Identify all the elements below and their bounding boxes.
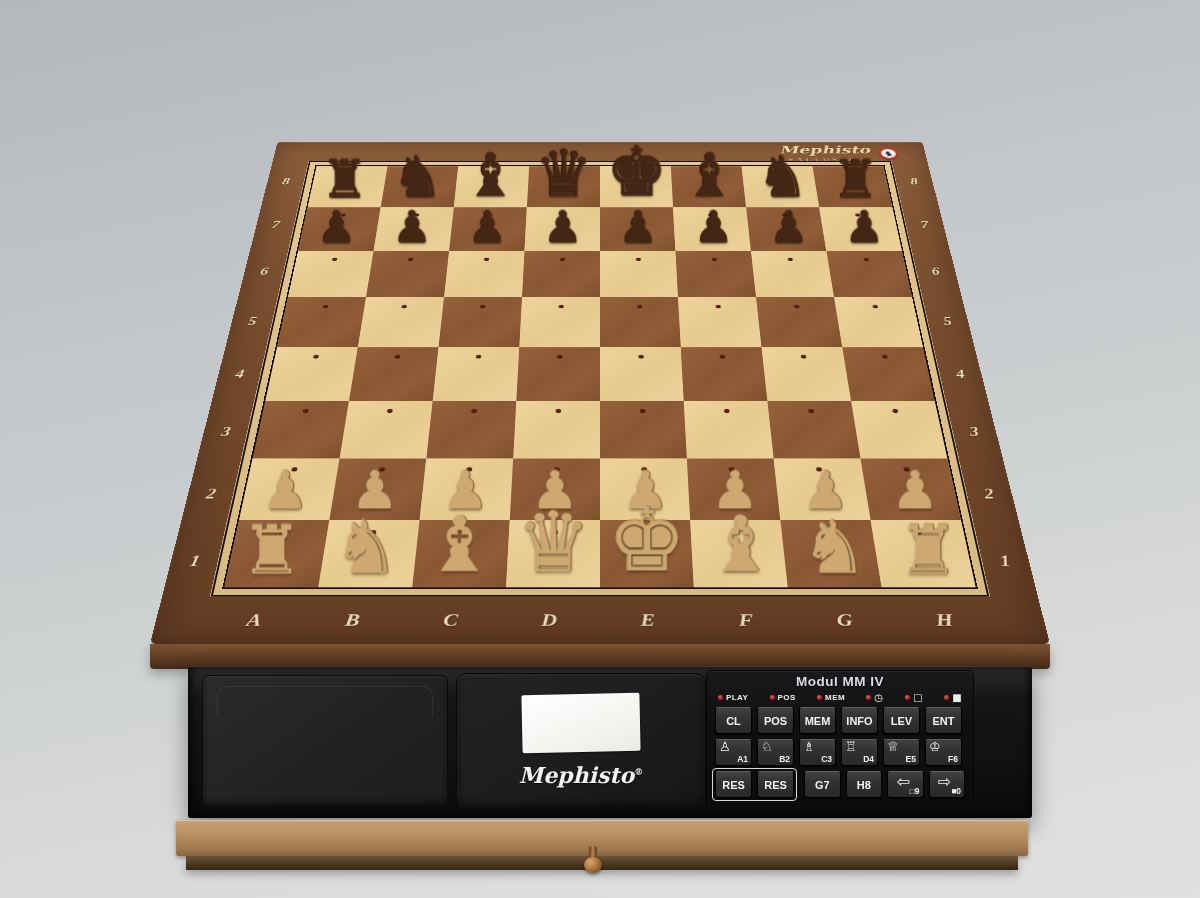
square-sensor-dot bbox=[471, 409, 477, 413]
res-key-group: RESRES bbox=[712, 768, 797, 801]
board-plate: ♜♞♝♛♚♝♞♜♟♟♟♟♟♟♟♟♟♟♟♟♟♟♟♟♜♞♝♛♚♝♞♜ bbox=[211, 161, 990, 597]
square-c1: ♝ bbox=[412, 520, 510, 587]
square-e4 bbox=[600, 347, 684, 400]
mem-led: MEM bbox=[817, 693, 845, 702]
piece-black-pawn-d7[interactable]: ♟ bbox=[543, 205, 582, 249]
square-sensor-dot bbox=[719, 355, 724, 359]
square-d5 bbox=[519, 297, 600, 347]
file-label-d: D bbox=[541, 609, 557, 630]
square-a7: ♟ bbox=[298, 207, 381, 251]
photo-scene: Mephisto EXCLUSIVE ♞ 87654321 87654321 A… bbox=[0, 0, 1200, 898]
file-label-h: H bbox=[934, 609, 955, 630]
square-sensor-dot bbox=[711, 258, 716, 261]
board-grid: ♜♞♝♛♚♝♞♜♟♟♟♟♟♟♟♟♟♟♟♟♟♟♟♟♜♞♝♛♚♝♞♜ bbox=[222, 165, 978, 588]
square-h3 bbox=[851, 401, 947, 458]
piece-black-pawn-c7[interactable]: ♟ bbox=[467, 205, 506, 249]
piece-black-queen-d8[interactable]: ♛ bbox=[535, 141, 593, 206]
square-sensor-dot bbox=[332, 258, 337, 261]
chess-board: Mephisto EXCLUSIVE ♞ 87654321 87654321 A… bbox=[150, 142, 1050, 644]
mem-led-label: MEM bbox=[825, 693, 845, 702]
square-g3 bbox=[767, 401, 860, 458]
cartridge-brand-text: Mephisto® bbox=[457, 762, 705, 788]
square-sensor-dot bbox=[302, 409, 308, 413]
board-frame: Mephisto EXCLUSIVE ♞ 87654321 87654321 A… bbox=[150, 142, 1050, 644]
key-king-f6-label: F6 bbox=[948, 754, 958, 764]
square-c4 bbox=[433, 347, 520, 400]
key-info[interactable]: INFO bbox=[841, 707, 878, 734]
module-drawer: Mephisto® Modul MM IV PLAYPOSMEM◷□■ CLPO… bbox=[188, 666, 1032, 818]
key-pawn-a1-label: A1 bbox=[737, 754, 748, 764]
piece-black-bishop-c8[interactable]: ♝ bbox=[464, 145, 518, 205]
key-h8[interactable]: H8 bbox=[846, 771, 883, 798]
pos-led: POS bbox=[770, 693, 796, 702]
key-bishop-c3-label: C3 bbox=[821, 754, 832, 764]
square-c3 bbox=[426, 401, 516, 458]
rank-label-4: 4 bbox=[234, 368, 246, 382]
square-a5 bbox=[277, 297, 366, 347]
square-sensor-dot bbox=[555, 409, 560, 413]
square-g1: ♞ bbox=[780, 520, 881, 587]
square-d6 bbox=[522, 251, 600, 298]
piece-white-knight-b1[interactable]: ♞ bbox=[333, 511, 399, 584]
piece-white-pawn-h2[interactable]: ♟ bbox=[892, 465, 939, 517]
key-king-f6-icon: ♔ bbox=[929, 740, 941, 754]
square-sensor-dot bbox=[724, 409, 730, 413]
rank-label-8: 8 bbox=[281, 176, 291, 187]
square-g6 bbox=[751, 251, 834, 298]
square-sensor-dot bbox=[313, 355, 319, 359]
file-label-c: C bbox=[442, 609, 458, 630]
file-label-f: F bbox=[738, 609, 754, 630]
square-sensor-dot bbox=[394, 355, 400, 359]
module-title: Modul MM IV bbox=[715, 674, 965, 689]
piece-black-knight-b8[interactable]: ♞ bbox=[392, 148, 443, 205]
square-c5 bbox=[439, 297, 522, 347]
keypad-row-2: ♙A1♘B2♗C3♖D4♕E5♔F6 bbox=[715, 739, 965, 766]
square-e5 bbox=[600, 297, 681, 347]
key-knight-b2[interactable]: ♘B2 bbox=[757, 739, 794, 766]
square-b7: ♟ bbox=[374, 207, 454, 251]
piece-black-knight-g8[interactable]: ♞ bbox=[757, 148, 808, 205]
square-sensor-dot bbox=[808, 409, 814, 413]
key-king-f6[interactable]: ♔F6 bbox=[925, 739, 962, 766]
mephisto-cartridge[interactable]: Mephisto® bbox=[456, 673, 706, 811]
key-queen-e5[interactable]: ♕E5 bbox=[883, 739, 920, 766]
square-e3 bbox=[600, 401, 687, 458]
piece-white-bishop-f1[interactable]: ♝ bbox=[706, 507, 775, 584]
square-b5 bbox=[358, 297, 444, 347]
square-d4 bbox=[516, 347, 600, 400]
piece-black-pawn-b7[interactable]: ♟ bbox=[392, 205, 431, 249]
square-h6 bbox=[826, 251, 912, 298]
key-mem[interactable]: MEM bbox=[799, 707, 836, 734]
file-labels-bottom: ABCDEFGH bbox=[200, 597, 1000, 644]
square-b3 bbox=[340, 401, 433, 458]
rank-label-3: 3 bbox=[968, 424, 980, 439]
square-a4 bbox=[265, 347, 357, 400]
file-label-e: E bbox=[640, 609, 655, 630]
square-f3 bbox=[684, 401, 774, 458]
logo-figure: ♞ bbox=[883, 150, 894, 157]
square-sensor-dot bbox=[480, 305, 485, 308]
white-square-led-label: □ bbox=[913, 692, 923, 703]
hegener-glaser-logo-icon: ♞ bbox=[878, 148, 899, 159]
square-sensor-dot bbox=[794, 305, 799, 308]
square-e1: ♚ bbox=[600, 520, 694, 587]
square-h1: ♜ bbox=[871, 520, 976, 587]
rank-label-8: 8 bbox=[909, 176, 919, 187]
square-sensor-dot bbox=[636, 258, 641, 261]
square-e6 bbox=[600, 251, 678, 298]
square-sensor-dot bbox=[715, 305, 720, 308]
square-sensor-dot bbox=[863, 258, 868, 261]
piece-black-pawn-h7[interactable]: ♟ bbox=[844, 205, 883, 249]
file-label-b: B bbox=[344, 609, 361, 630]
key-left-arrow-9-icon: ⇦ bbox=[897, 773, 910, 791]
file-label-g: G bbox=[835, 609, 854, 630]
square-f4 bbox=[681, 347, 768, 400]
square-sensor-dot bbox=[787, 258, 792, 261]
piece-white-pawn-a2[interactable]: ♟ bbox=[261, 465, 308, 517]
registered-mark: ® bbox=[634, 767, 643, 777]
square-f1: ♝ bbox=[690, 520, 788, 587]
key-lev[interactable]: LEV bbox=[883, 707, 920, 734]
knob-ball bbox=[584, 857, 602, 873]
rank-label-2: 2 bbox=[982, 486, 995, 502]
key-rook-d4-icon: ♖ bbox=[845, 740, 857, 754]
piece-white-knight-g1[interactable]: ♞ bbox=[801, 511, 867, 584]
square-b1: ♞ bbox=[318, 520, 419, 587]
square-sensor-dot bbox=[560, 258, 565, 261]
square-g7: ♟ bbox=[746, 207, 826, 251]
piece-black-rook-a8[interactable]: ♜ bbox=[321, 153, 368, 206]
piece-black-rook-h8[interactable]: ♜ bbox=[832, 153, 879, 206]
square-g4 bbox=[761, 347, 851, 400]
key-right-arrow-0-label: ■0 bbox=[951, 786, 961, 796]
rank-label-1: 1 bbox=[188, 552, 202, 570]
rank-label-1: 1 bbox=[998, 552, 1012, 570]
square-sensor-dot bbox=[639, 409, 644, 413]
square-sensor-dot bbox=[484, 258, 489, 261]
key-ent[interactable]: ENT bbox=[925, 707, 962, 734]
square-sensor-dot bbox=[800, 355, 806, 359]
cartridge-brand-script: Mephisto bbox=[519, 762, 634, 788]
black-square-led-label: ■ bbox=[952, 692, 962, 703]
key-rook-d4[interactable]: ♖D4 bbox=[841, 739, 878, 766]
black-square-led-dot-icon bbox=[944, 695, 949, 700]
square-e7: ♟ bbox=[600, 207, 675, 251]
key-knight-b2-label: B2 bbox=[779, 754, 790, 764]
rank-label-7: 7 bbox=[270, 219, 280, 230]
white-square-led-dot-icon bbox=[905, 695, 910, 700]
key-left-arrow-9-label: □9 bbox=[910, 786, 920, 796]
square-sensor-dot bbox=[557, 355, 562, 359]
key-knight-b2-icon: ♘ bbox=[761, 740, 773, 754]
white-square-led: □ bbox=[905, 692, 923, 703]
square-sensor-dot bbox=[387, 409, 393, 413]
square-b6 bbox=[366, 251, 449, 298]
piece-black-pawn-a7[interactable]: ♟ bbox=[317, 205, 356, 249]
pos-led-dot-icon bbox=[770, 695, 775, 700]
square-d7: ♟ bbox=[525, 207, 600, 251]
led-row: PLAYPOSMEM◷□■ bbox=[715, 691, 965, 703]
rank-label-6: 6 bbox=[259, 265, 270, 277]
piece-white-bishop-c1[interactable]: ♝ bbox=[425, 507, 494, 584]
mem-led-dot-icon bbox=[817, 695, 822, 700]
square-f5 bbox=[678, 297, 761, 347]
square-a3 bbox=[253, 401, 349, 458]
square-f7: ♟ bbox=[673, 207, 751, 251]
square-h4 bbox=[842, 347, 934, 400]
clock-led-label: ◷ bbox=[874, 692, 883, 703]
rank-label-3: 3 bbox=[220, 424, 232, 439]
play-led-dot-icon bbox=[718, 695, 723, 700]
piece-black-pawn-f7[interactable]: ♟ bbox=[694, 205, 733, 249]
key-pos[interactable]: POS bbox=[757, 707, 794, 734]
pos-led-label: POS bbox=[778, 693, 796, 702]
square-d1: ♛ bbox=[506, 520, 600, 587]
square-sensor-dot bbox=[558, 305, 563, 308]
key-bishop-c3[interactable]: ♗C3 bbox=[799, 739, 836, 766]
key-bishop-c3-icon: ♗ bbox=[803, 740, 815, 754]
key-queen-e5-label: E5 bbox=[906, 754, 916, 764]
rank-label-5: 5 bbox=[247, 315, 258, 328]
key-queen-e5-icon: ♕ bbox=[887, 740, 899, 754]
drawer-left-compartment[interactable] bbox=[202, 675, 448, 807]
square-sensor-dot bbox=[638, 355, 643, 359]
square-sensor-dot bbox=[882, 355, 888, 359]
key-pawn-a1[interactable]: ♙A1 bbox=[715, 739, 752, 766]
piece-black-king-e8[interactable]: ♚ bbox=[606, 138, 667, 206]
rank-label-7: 7 bbox=[919, 219, 929, 230]
file-label-a: A bbox=[245, 609, 264, 630]
drawer-knob[interactable] bbox=[583, 846, 603, 876]
square-b4 bbox=[349, 347, 439, 400]
square-h5 bbox=[834, 297, 923, 347]
square-c7: ♟ bbox=[449, 207, 527, 251]
keypad-row-3: RESRESG7H8⇦□9⇨■0 bbox=[715, 771, 965, 798]
play-led-label: PLAY bbox=[726, 693, 748, 702]
square-sensor-dot bbox=[475, 355, 480, 359]
key-cl[interactable]: CL bbox=[715, 707, 752, 734]
key-left-arrow-9[interactable]: ⇦□9 bbox=[887, 771, 924, 798]
clock-led: ◷ bbox=[866, 692, 883, 703]
black-square-led: ■ bbox=[944, 692, 962, 703]
key-right-arrow-0[interactable]: ⇨■0 bbox=[929, 771, 966, 798]
key-right-arrow-0-icon: ⇨ bbox=[938, 773, 951, 791]
keypad: CLPOSMEMINFOLEVENT ♙A1♘B2♗C3♖D4♕E5♔F6 RE… bbox=[715, 707, 965, 798]
square-sensor-dot bbox=[322, 305, 327, 308]
rank-label-4: 4 bbox=[954, 368, 966, 382]
keypad-row-1: CLPOSMEMINFOLEVENT bbox=[715, 707, 965, 734]
square-g5 bbox=[756, 297, 842, 347]
rank-label-2: 2 bbox=[204, 486, 217, 502]
square-a1: ♜ bbox=[224, 520, 329, 587]
square-d3 bbox=[513, 401, 600, 458]
square-sensor-dot bbox=[892, 409, 898, 413]
play-led: PLAY bbox=[718, 693, 748, 702]
piece-white-king-e1[interactable]: ♚ bbox=[608, 497, 686, 584]
square-h7: ♟ bbox=[819, 207, 902, 251]
piece-black-pawn-e7[interactable]: ♟ bbox=[618, 205, 657, 249]
key-res-right[interactable]: RES bbox=[757, 771, 794, 798]
square-c6 bbox=[444, 251, 525, 298]
key-g7[interactable]: G7 bbox=[804, 771, 841, 798]
clock-led-dot-icon bbox=[866, 695, 871, 700]
key-res-left[interactable]: RES bbox=[715, 771, 752, 798]
square-f6 bbox=[675, 251, 756, 298]
rank-label-5: 5 bbox=[942, 315, 953, 328]
cartridge-blank-label bbox=[521, 693, 640, 753]
square-sensor-dot bbox=[408, 258, 413, 261]
piece-black-pawn-g7[interactable]: ♟ bbox=[769, 205, 808, 249]
mm4-module: Modul MM IV PLAYPOSMEM◷□■ CLPOSMEMINFOLE… bbox=[706, 670, 974, 814]
piece-black-bishop-f8[interactable]: ♝ bbox=[682, 145, 736, 205]
square-sensor-dot bbox=[637, 305, 642, 308]
square-sensor-dot bbox=[872, 305, 877, 308]
piece-white-queen-d1[interactable]: ♛ bbox=[516, 501, 590, 584]
square-sensor-dot bbox=[401, 305, 406, 308]
rank-label-6: 6 bbox=[930, 265, 941, 277]
square-a6 bbox=[288, 251, 374, 298]
piece-white-rook-a1[interactable]: ♜ bbox=[242, 516, 303, 584]
key-rook-d4-label: D4 bbox=[863, 754, 874, 764]
piece-white-rook-h1[interactable]: ♜ bbox=[898, 516, 959, 584]
key-pawn-a1-icon: ♙ bbox=[719, 740, 731, 754]
